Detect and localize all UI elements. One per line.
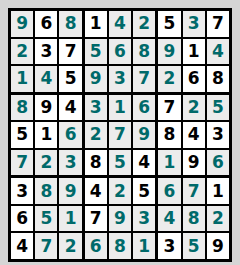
- cell-r3c3[interactable]: 5: [59, 66, 81, 92]
- cell-r2c2[interactable]: 3: [35, 39, 57, 65]
- box-3: 537914268: [158, 11, 229, 92]
- box-1: 968237145: [11, 11, 82, 92]
- box-9: 671482359: [158, 178, 229, 259]
- cell-r6c5[interactable]: 5: [109, 150, 131, 176]
- box-8: 425793681: [85, 178, 156, 259]
- box-7: 389651472: [11, 178, 82, 259]
- cell-r3c9[interactable]: 8: [207, 66, 229, 92]
- given-digit: 1: [212, 183, 224, 200]
- cell-r5c7[interactable]: 8: [158, 122, 180, 148]
- cell-r2c1[interactable]: 2: [11, 39, 33, 65]
- filled-digit: 1: [114, 99, 126, 116]
- filled-digit: 7: [40, 238, 52, 255]
- filled-digit: 2: [40, 154, 52, 171]
- cell-r3c2[interactable]: 4: [35, 66, 57, 92]
- given-digit: 9: [40, 99, 52, 116]
- given-digit: 3: [40, 43, 52, 60]
- cell-r5c6[interactable]: 9: [133, 122, 155, 148]
- filled-digit: 1: [164, 154, 176, 171]
- filled-digit: 4: [114, 15, 126, 32]
- filled-digit: 8: [114, 238, 126, 255]
- cell-r4c2[interactable]: 9: [35, 95, 57, 121]
- cell-r3c6[interactable]: 7: [133, 66, 155, 92]
- filled-digit: 5: [212, 99, 224, 116]
- filled-digit: 5: [114, 154, 126, 171]
- given-digit: 4: [90, 183, 102, 200]
- filled-digit: 3: [90, 99, 102, 116]
- filled-digit: 7: [188, 183, 200, 200]
- cell-r9c4[interactable]: 6: [85, 233, 107, 259]
- cell-r4c8[interactable]: 2: [183, 95, 205, 121]
- filled-digit: 9: [138, 126, 150, 143]
- cell-r2c8[interactable]: 1: [183, 39, 205, 65]
- cell-r9c2[interactable]: 7: [35, 233, 57, 259]
- cell-r8c9[interactable]: 2: [207, 206, 229, 232]
- given-digit: 7: [90, 210, 102, 227]
- filled-digit: 8: [138, 43, 150, 60]
- cell-r5c3[interactable]: 6: [59, 122, 81, 148]
- cell-r4c1[interactable]: 8: [11, 95, 33, 121]
- cell-r3c7[interactable]: 2: [158, 66, 180, 92]
- cell-r1c9[interactable]: 7: [207, 11, 229, 37]
- filled-digit: 1: [65, 210, 77, 227]
- filled-digit: 2: [65, 238, 77, 255]
- given-digit: 3: [212, 126, 224, 143]
- cell-r7c6[interactable]: 5: [133, 178, 155, 204]
- filled-digit: 3: [114, 70, 126, 87]
- cell-r8c7[interactable]: 4: [158, 206, 180, 232]
- given-digit: 5: [65, 70, 77, 87]
- filled-digit: 7: [16, 154, 28, 171]
- cell-r4c6[interactable]: 6: [133, 95, 155, 121]
- given-digit: 8: [90, 154, 102, 171]
- cell-r5c5[interactable]: 7: [109, 122, 131, 148]
- given-digit: 4: [16, 238, 28, 255]
- cell-r9c7[interactable]: 3: [158, 233, 180, 259]
- cell-r6c7[interactable]: 1: [158, 150, 180, 176]
- cell-r5c4[interactable]: 2: [85, 122, 107, 148]
- cell-r5c8[interactable]: 4: [183, 122, 205, 148]
- filled-digit: 9: [65, 183, 77, 200]
- filled-digit: 7: [114, 126, 126, 143]
- given-digit: 3: [16, 183, 28, 200]
- filled-digit: 9: [16, 15, 28, 32]
- cell-r4c7[interactable]: 7: [158, 95, 180, 121]
- cell-r6c3[interactable]: 3: [59, 150, 81, 176]
- given-digit: 7: [65, 43, 77, 60]
- filled-digit: 9: [164, 43, 176, 60]
- cell-r8c4[interactable]: 7: [85, 206, 107, 232]
- filled-digit: 4: [164, 210, 176, 227]
- filled-digit: 7: [138, 70, 150, 87]
- cell-r3c8[interactable]: 6: [183, 66, 205, 92]
- filled-digit: 8: [16, 99, 28, 116]
- cell-r3c1[interactable]: 1: [11, 66, 33, 92]
- cell-r8c6[interactable]: 3: [133, 206, 155, 232]
- cell-r9c8[interactable]: 5: [183, 233, 205, 259]
- cell-r2c4[interactable]: 5: [85, 39, 107, 65]
- cell-r7c4[interactable]: 4: [85, 178, 107, 204]
- given-digit: 4: [188, 126, 200, 143]
- cell-r7c7[interactable]: 6: [158, 178, 180, 204]
- cell-r1c6[interactable]: 2: [133, 11, 155, 37]
- cell-r7c9[interactable]: 1: [207, 178, 229, 204]
- cell-r9c9[interactable]: 9: [207, 233, 229, 259]
- cell-r6c8[interactable]: 9: [183, 150, 205, 176]
- filled-digit: 4: [40, 70, 52, 87]
- filled-digit: 1: [138, 238, 150, 255]
- filled-digit: 2: [16, 43, 28, 60]
- filled-digit: 9: [90, 70, 102, 87]
- cell-r1c8[interactable]: 3: [183, 11, 205, 37]
- cell-r4c5[interactable]: 1: [109, 95, 131, 121]
- sudoku-board: 9682371451425689375379142688945167233162…: [8, 8, 232, 262]
- filled-digit: 2: [138, 15, 150, 32]
- cell-r3c5[interactable]: 3: [109, 66, 131, 92]
- cell-r2c3[interactable]: 7: [59, 39, 81, 65]
- cell-r1c5[interactable]: 4: [109, 11, 131, 37]
- cell-r6c9[interactable]: 6: [207, 150, 229, 176]
- filled-digit: 8: [188, 210, 200, 227]
- given-digit: 1: [188, 43, 200, 60]
- given-digit: 7: [212, 15, 224, 32]
- filled-digit: 2: [90, 126, 102, 143]
- filled-digit: 2: [212, 210, 224, 227]
- given-digit: 1: [90, 15, 102, 32]
- cell-r9c6[interactable]: 1: [133, 233, 155, 259]
- cell-r4c9[interactable]: 5: [207, 95, 229, 121]
- filled-digit: 3: [188, 15, 200, 32]
- cell-r6c1[interactable]: 7: [11, 150, 33, 176]
- cell-r1c7[interactable]: 5: [158, 11, 180, 37]
- cell-r5c9[interactable]: 3: [207, 122, 229, 148]
- given-digit: 3: [164, 238, 176, 255]
- given-digit: 4: [65, 99, 77, 116]
- given-digit: 8: [164, 126, 176, 143]
- filled-digit: 9: [114, 210, 126, 227]
- cell-r5c1[interactable]: 5: [11, 122, 33, 148]
- cell-r7c2[interactable]: 8: [35, 178, 57, 204]
- cell-r2c9[interactable]: 4: [207, 39, 229, 65]
- cell-r2c5[interactable]: 6: [109, 39, 131, 65]
- given-digit: 6: [16, 210, 28, 227]
- given-digit: 7: [164, 99, 176, 116]
- box-4: 894516723: [11, 95, 82, 176]
- cell-r8c8[interactable]: 8: [183, 206, 205, 232]
- given-digit: 6: [188, 70, 200, 87]
- cell-r5c2[interactable]: 1: [35, 122, 57, 148]
- cell-r3c4[interactable]: 9: [85, 66, 107, 92]
- filled-digit: 6: [114, 43, 126, 60]
- cell-r6c4[interactable]: 8: [85, 150, 107, 176]
- cell-r4c3[interactable]: 4: [59, 95, 81, 121]
- filled-digit: 3: [65, 154, 77, 171]
- filled-digit: 6: [90, 238, 102, 255]
- cell-r8c1[interactable]: 6: [11, 206, 33, 232]
- given-digit: 6: [40, 15, 52, 32]
- cell-r1c3[interactable]: 8: [59, 11, 81, 37]
- filled-digit: 6: [138, 99, 150, 116]
- filled-digit: 5: [188, 238, 200, 255]
- cell-r7c3[interactable]: 9: [59, 178, 81, 204]
- cell-r9c5[interactable]: 8: [109, 233, 131, 259]
- cell-r8c5[interactable]: 9: [109, 206, 131, 232]
- filled-digit: 4: [212, 43, 224, 60]
- given-digit: 9: [212, 238, 224, 255]
- cell-r4c4[interactable]: 3: [85, 95, 107, 121]
- given-digit: 5: [138, 183, 150, 200]
- filled-digit: 6: [164, 183, 176, 200]
- filled-digit: 8: [40, 183, 52, 200]
- cell-r9c3[interactable]: 2: [59, 233, 81, 259]
- given-digit: 4: [138, 154, 150, 171]
- filled-digit: 8: [65, 15, 77, 32]
- cell-r1c1[interactable]: 9: [11, 11, 33, 37]
- filled-digit: 2: [114, 183, 126, 200]
- box-5: 316279854: [85, 95, 156, 176]
- given-digit: 5: [16, 126, 28, 143]
- given-digit: 9: [188, 154, 200, 171]
- cell-r6c2[interactable]: 2: [35, 150, 57, 176]
- cell-r8c3[interactable]: 1: [59, 206, 81, 232]
- filled-digit: 3: [138, 210, 150, 227]
- cell-r1c4[interactable]: 1: [85, 11, 107, 37]
- cell-r7c5[interactable]: 2: [109, 178, 131, 204]
- cell-r6c6[interactable]: 4: [133, 150, 155, 176]
- box-2: 142568937: [85, 11, 156, 92]
- given-digit: 8: [212, 70, 224, 87]
- cell-r9c1[interactable]: 4: [11, 233, 33, 259]
- filled-digit: 5: [90, 43, 102, 60]
- cell-r2c6[interactable]: 8: [133, 39, 155, 65]
- cell-r7c1[interactable]: 3: [11, 178, 33, 204]
- cell-r8c2[interactable]: 5: [35, 206, 57, 232]
- filled-digit: 6: [212, 154, 224, 171]
- box-6: 725843196: [158, 95, 229, 176]
- filled-digit: 2: [164, 70, 176, 87]
- cell-r2c7[interactable]: 9: [158, 39, 180, 65]
- given-digit: 5: [164, 15, 176, 32]
- filled-digit: 1: [16, 70, 28, 87]
- filled-digit: 6: [65, 126, 77, 143]
- given-digit: 1: [40, 126, 52, 143]
- filled-digit: 2: [188, 99, 200, 116]
- filled-digit: 5: [40, 210, 52, 227]
- cell-r7c8[interactable]: 7: [183, 178, 205, 204]
- cell-r1c2[interactable]: 6: [35, 11, 57, 37]
